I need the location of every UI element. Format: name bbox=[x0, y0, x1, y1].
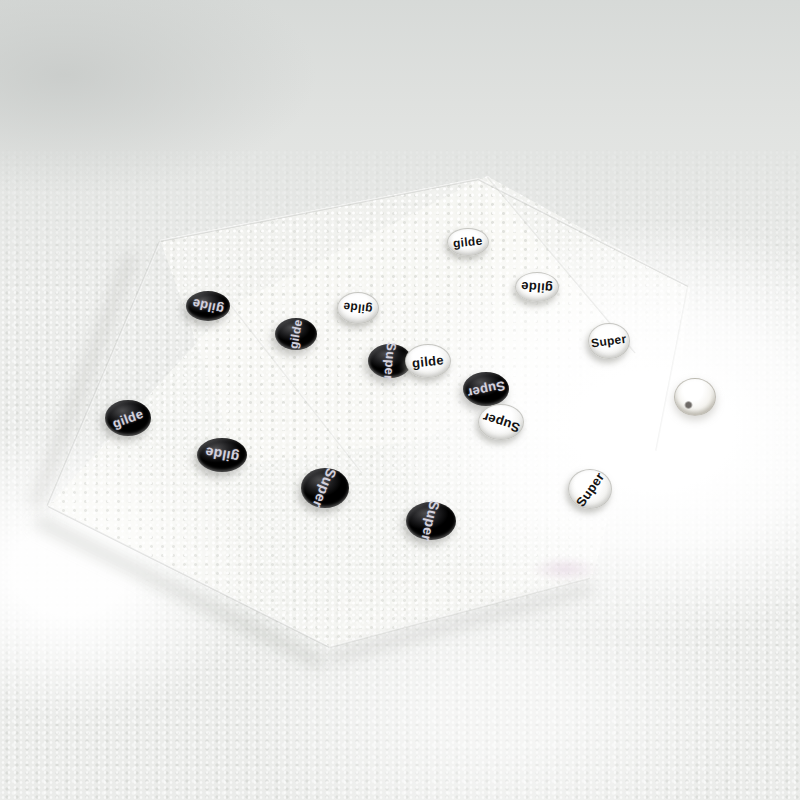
dot-label: gilde bbox=[521, 279, 554, 294]
photo-scene: gildegildegildegildeSuperSuperSuperSuper… bbox=[0, 0, 800, 800]
dot-label: Super bbox=[466, 379, 506, 400]
dot-label: gilde bbox=[343, 300, 374, 315]
glide-dot-white-super: Super bbox=[478, 404, 524, 440]
glide-dot-black-super: Super bbox=[406, 502, 456, 540]
glide-dot-white-gilde: gilde bbox=[337, 292, 379, 324]
glide-dot-black-gilde: gilde bbox=[197, 438, 247, 472]
glide-dot-clear bbox=[674, 378, 716, 416]
glide-dot-black-gilde: gilde bbox=[105, 400, 151, 436]
glide-dot-white-super: Super bbox=[588, 323, 630, 359]
dot-label: gilde bbox=[453, 234, 484, 249]
dot-label: Super bbox=[574, 470, 607, 509]
glide-dot-black-gilde: gilde bbox=[186, 291, 230, 321]
glide-dots-layer: gildegildegildegildeSuperSuperSuperSuper… bbox=[0, 0, 800, 800]
dot-label: Super bbox=[481, 410, 521, 434]
glide-dot-white-gilde: gilde bbox=[405, 344, 451, 378]
dot-label: gilde bbox=[191, 296, 225, 315]
glide-dot-white-super: Super bbox=[568, 469, 612, 509]
dot-label: gilde bbox=[411, 353, 444, 369]
dot-label: Super bbox=[311, 466, 339, 509]
dot-label: gilde bbox=[111, 406, 145, 429]
glide-dot-black-super: Super bbox=[463, 372, 509, 406]
dot-label: Super bbox=[591, 333, 628, 350]
glide-dot-white-gilde: gilde bbox=[515, 272, 559, 302]
glide-dot-black-super: Super bbox=[301, 468, 349, 508]
dot-label: gilde bbox=[204, 445, 240, 465]
glide-dot-white-gilde: gilde bbox=[447, 228, 489, 256]
dot-label: Super bbox=[382, 341, 398, 380]
dot-label: gilde bbox=[288, 318, 305, 349]
dot-label: Super bbox=[420, 499, 443, 542]
glide-dot-black-gilde: gilde bbox=[275, 318, 317, 350]
